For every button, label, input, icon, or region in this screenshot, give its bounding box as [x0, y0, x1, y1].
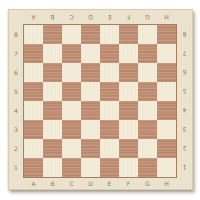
square-g7[interactable]: [138, 44, 157, 63]
square-c5[interactable]: [62, 82, 81, 101]
square-a8[interactable]: [24, 25, 43, 44]
page-background: ABCDEFGH ABCDEFGH 87654321 87654321: [0, 0, 200, 200]
square-d2[interactable]: [81, 139, 100, 158]
file-label: C: [62, 10, 81, 24]
square-c8[interactable]: [62, 25, 81, 44]
square-g2[interactable]: [138, 139, 157, 158]
square-d8[interactable]: [81, 25, 100, 44]
file-label: G: [138, 178, 157, 189]
square-d5[interactable]: [81, 82, 100, 101]
square-d3[interactable]: [81, 120, 100, 139]
rank-label: 1: [177, 158, 192, 177]
rank-label: 8: [9, 25, 23, 44]
square-a2[interactable]: [24, 139, 43, 158]
square-e3[interactable]: [100, 120, 119, 139]
file-label: H: [157, 178, 176, 189]
rank-label: 6: [177, 63, 192, 82]
square-a1[interactable]: [24, 158, 43, 177]
square-e2[interactable]: [100, 139, 119, 158]
square-g5[interactable]: [138, 82, 157, 101]
square-e5[interactable]: [100, 82, 119, 101]
rank-label: 6: [9, 63, 23, 82]
square-f6[interactable]: [119, 63, 138, 82]
square-b4[interactable]: [43, 101, 62, 120]
square-b7[interactable]: [43, 44, 62, 63]
square-e1[interactable]: [100, 158, 119, 177]
chess-board: ABCDEFGH ABCDEFGH 87654321 87654321: [8, 9, 193, 190]
square-f1[interactable]: [119, 158, 138, 177]
square-c7[interactable]: [62, 44, 81, 63]
rank-label: 7: [9, 44, 23, 63]
square-b2[interactable]: [43, 139, 62, 158]
rank-label: 2: [9, 139, 23, 158]
file-labels-top: ABCDEFGH: [24, 10, 176, 24]
rank-label: 7: [177, 44, 192, 63]
file-label: E: [100, 178, 119, 189]
file-label: D: [81, 10, 100, 24]
file-label: B: [43, 10, 62, 24]
square-h8[interactable]: [157, 25, 176, 44]
square-c1[interactable]: [62, 158, 81, 177]
rank-labels-left: 87654321: [9, 25, 23, 177]
file-label: C: [62, 178, 81, 189]
rank-label: 4: [9, 101, 23, 120]
rank-labels-right: 87654321: [177, 25, 192, 177]
square-g4[interactable]: [138, 101, 157, 120]
square-h5[interactable]: [157, 82, 176, 101]
square-a5[interactable]: [24, 82, 43, 101]
square-a4[interactable]: [24, 101, 43, 120]
square-d7[interactable]: [81, 44, 100, 63]
square-h2[interactable]: [157, 139, 176, 158]
square-a3[interactable]: [24, 120, 43, 139]
file-label: A: [24, 178, 43, 189]
square-b5[interactable]: [43, 82, 62, 101]
square-f3[interactable]: [119, 120, 138, 139]
square-h4[interactable]: [157, 101, 176, 120]
rank-label: 8: [177, 25, 192, 44]
square-g8[interactable]: [138, 25, 157, 44]
square-h7[interactable]: [157, 44, 176, 63]
square-c2[interactable]: [62, 139, 81, 158]
square-c4[interactable]: [62, 101, 81, 120]
square-b3[interactable]: [43, 120, 62, 139]
square-f5[interactable]: [119, 82, 138, 101]
file-label: F: [119, 10, 138, 24]
square-d4[interactable]: [81, 101, 100, 120]
rank-label: 4: [177, 101, 192, 120]
file-labels-bottom: ABCDEFGH: [24, 178, 176, 189]
square-g1[interactable]: [138, 158, 157, 177]
square-a7[interactable]: [24, 44, 43, 63]
file-label: D: [81, 178, 100, 189]
file-label: G: [138, 10, 157, 24]
square-g6[interactable]: [138, 63, 157, 82]
square-f8[interactable]: [119, 25, 138, 44]
square-d1[interactable]: [81, 158, 100, 177]
square-h1[interactable]: [157, 158, 176, 177]
file-label: B: [43, 178, 62, 189]
square-c3[interactable]: [62, 120, 81, 139]
square-e6[interactable]: [100, 63, 119, 82]
square-e8[interactable]: [100, 25, 119, 44]
rank-label: 5: [177, 82, 192, 101]
square-g3[interactable]: [138, 120, 157, 139]
rank-label: 3: [177, 120, 192, 139]
file-label: F: [119, 178, 138, 189]
rank-label: 5: [9, 82, 23, 101]
square-f7[interactable]: [119, 44, 138, 63]
square-h6[interactable]: [157, 63, 176, 82]
rank-label: 2: [177, 139, 192, 158]
square-a6[interactable]: [24, 63, 43, 82]
square-b8[interactable]: [43, 25, 62, 44]
rank-label: 1: [9, 158, 23, 177]
square-e4[interactable]: [100, 101, 119, 120]
file-label: E: [100, 10, 119, 24]
square-f4[interactable]: [119, 101, 138, 120]
square-h3[interactable]: [157, 120, 176, 139]
square-f2[interactable]: [119, 139, 138, 158]
file-label: A: [24, 10, 43, 24]
square-e7[interactable]: [100, 44, 119, 63]
file-label: H: [157, 10, 176, 24]
square-b6[interactable]: [43, 63, 62, 82]
rank-label: 3: [9, 120, 23, 139]
square-d6[interactable]: [81, 63, 100, 82]
square-c6[interactable]: [62, 63, 81, 82]
board-grid: [23, 24, 177, 178]
square-b1[interactable]: [43, 158, 62, 177]
